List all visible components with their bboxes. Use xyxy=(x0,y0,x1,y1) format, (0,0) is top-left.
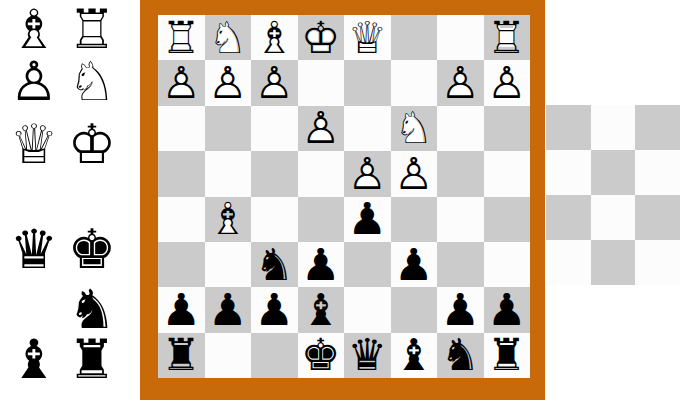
square-g7[interactable]: ♟♙ xyxy=(437,60,484,105)
square-e4[interactable]: ♟ xyxy=(344,197,391,242)
white-knight-piece[interactable]: ♞♘ xyxy=(205,15,252,60)
piece-outline-layer: ♖ xyxy=(158,15,205,60)
black-pawn-piece[interactable]: ♟ xyxy=(484,287,531,332)
black-pawn-piece[interactable]: ♟ xyxy=(158,287,205,332)
piece-outline-layer: ♙ xyxy=(205,60,252,105)
square-c4[interactable] xyxy=(251,197,298,242)
piece-glyph: ♛ xyxy=(5,222,63,278)
black-bishop-piece[interactable]: ♝ xyxy=(391,333,438,378)
piece-glyph: ♜ xyxy=(63,332,121,388)
square-e1[interactable]: ♛ xyxy=(344,333,391,378)
square-c6[interactable] xyxy=(251,106,298,151)
black-queen-piece[interactable]: ♛ xyxy=(5,222,63,278)
square-c3[interactable]: ♞ xyxy=(251,242,298,287)
square-a8[interactable]: ♜♖ xyxy=(158,15,205,60)
square-h4[interactable] xyxy=(484,197,531,242)
piece-outline-layer: ♙ xyxy=(298,106,345,151)
piece-outline-layer: ♘ xyxy=(205,15,252,60)
square-c5[interactable] xyxy=(251,151,298,196)
piece-glyph: ♟ xyxy=(344,197,391,242)
black-knight-piece[interactable]: ♞ xyxy=(251,242,298,287)
square-f3[interactable]: ♟ xyxy=(391,242,438,287)
square-b5[interactable] xyxy=(205,151,252,196)
black-king-piece[interactable]: ♚ xyxy=(298,333,345,378)
piece-glyph: ♟ xyxy=(158,287,205,332)
square-h3[interactable] xyxy=(484,242,531,287)
white-bishop-piece[interactable]: ♝♗ xyxy=(205,197,252,242)
piece-glyph: ♜ xyxy=(158,333,205,378)
square-h5[interactable] xyxy=(484,151,531,196)
white-knight-piece[interactable]: ♞♘ xyxy=(63,54,121,110)
square-e7[interactable] xyxy=(344,60,391,105)
square-g2[interactable]: ♟ xyxy=(437,287,484,332)
square-f8[interactable] xyxy=(391,15,438,60)
piece-glyph: ♟ xyxy=(205,287,252,332)
piece-outline-layer: ♘ xyxy=(391,106,438,151)
piece-glyph: ♚ xyxy=(63,222,121,278)
mini-square-light xyxy=(591,195,636,240)
board-frame: ♜♖♞♘♝♗♚♔♛♕♜♖♟♙♟♙♟♙♟♙♟♙♟♙♞♘♟♙♟♙♝♗♟♞♟♟♟♟♟♝… xyxy=(140,0,545,400)
piece-outline-layer: ♔ xyxy=(63,117,121,173)
piece-glyph: ♛ xyxy=(344,333,391,378)
piece-outline-layer: ♘ xyxy=(63,54,121,110)
mini-square-dark xyxy=(591,150,636,195)
piece-outline-layer: ♙ xyxy=(251,60,298,105)
white-rook-piece[interactable]: ♜♖ xyxy=(484,15,531,60)
white-pawn-piece[interactable]: ♟♙ xyxy=(5,54,63,110)
square-d3[interactable]: ♟ xyxy=(298,242,345,287)
white-knight-piece[interactable]: ♞♘ xyxy=(391,106,438,151)
piece-outline-layer: ♗ xyxy=(251,15,298,60)
piece-glyph: ♞ xyxy=(251,242,298,287)
white-pawn-piece[interactable]: ♟♙ xyxy=(205,60,252,105)
white-bishop-piece[interactable]: ♝♗ xyxy=(251,15,298,60)
black-knight-piece[interactable]: ♞ xyxy=(437,333,484,378)
square-c2[interactable]: ♟ xyxy=(251,287,298,332)
mini-square-dark xyxy=(591,240,636,285)
square-g4[interactable] xyxy=(437,197,484,242)
square-h7[interactable]: ♟♙ xyxy=(484,60,531,105)
palette-slot-white-knight[interactable]: ♞♘ xyxy=(63,54,121,110)
white-pawn-piece[interactable]: ♟♙ xyxy=(158,60,205,105)
mini-square-dark xyxy=(635,105,680,150)
square-g5[interactable] xyxy=(437,151,484,196)
square-e6[interactable] xyxy=(344,106,391,151)
piece-outline-layer: ♙ xyxy=(484,60,531,105)
piece-glyph: ♝ xyxy=(298,287,345,332)
square-a3[interactable] xyxy=(158,242,205,287)
square-c7[interactable]: ♟♙ xyxy=(251,60,298,105)
square-g6[interactable] xyxy=(437,106,484,151)
piece-outline-layer: ♙ xyxy=(158,60,205,105)
black-bishop-piece[interactable]: ♝ xyxy=(298,287,345,332)
white-rook-piece[interactable]: ♜♖ xyxy=(158,15,205,60)
square-d1[interactable]: ♚ xyxy=(298,333,345,378)
piece-outline-layer: ♙ xyxy=(437,60,484,105)
piece-glyph: ♟ xyxy=(437,287,484,332)
black-king-piece[interactable]: ♚ xyxy=(63,222,121,278)
piece-glyph: ♝ xyxy=(391,333,438,378)
square-f4[interactable] xyxy=(391,197,438,242)
square-h1[interactable]: ♜ xyxy=(484,333,531,378)
piece-outline-layer: ♕ xyxy=(5,117,63,173)
black-rook-piece[interactable]: ♜ xyxy=(158,333,205,378)
square-b4[interactable]: ♝♗ xyxy=(205,197,252,242)
white-pawn-piece[interactable]: ♟♙ xyxy=(344,151,391,196)
black-rook-piece[interactable]: ♜ xyxy=(484,333,531,378)
white-king-piece[interactable]: ♚♔ xyxy=(63,117,121,173)
square-h6[interactable] xyxy=(484,106,531,151)
black-queen-piece[interactable]: ♛ xyxy=(344,333,391,378)
piece-outline-layer: ♖ xyxy=(484,15,531,60)
piece-glyph: ♚ xyxy=(298,333,345,378)
square-g8[interactable] xyxy=(437,15,484,60)
screen: ♝♗♜♖♟♙♞♘♛♕♚♔♛♚♞♝♜ ♜♖♞♘♝♗♚♔♛♕♜♖♟♙♟♙♟♙♟♙♟♙… xyxy=(0,0,680,400)
square-d5[interactable] xyxy=(298,151,345,196)
piece-outline-layer: ♙ xyxy=(344,151,391,196)
piece-outline-layer: ♙ xyxy=(5,54,63,110)
black-pawn-piece[interactable]: ♟ xyxy=(251,287,298,332)
mini-square-dark xyxy=(635,195,680,240)
square-d4[interactable] xyxy=(298,197,345,242)
chess-board: ♜♖♞♘♝♗♚♔♛♕♜♖♟♙♟♙♟♙♟♙♟♙♟♙♞♘♟♙♟♙♝♗♟♞♟♟♟♟♟♝… xyxy=(158,15,530,378)
palette-slot-white-king[interactable]: ♚♔ xyxy=(63,117,121,173)
square-f2[interactable] xyxy=(391,287,438,332)
square-e5[interactable]: ♟♙ xyxy=(344,151,391,196)
mini-square-dark xyxy=(546,195,591,240)
square-b6[interactable] xyxy=(205,106,252,151)
black-rook-piece[interactable]: ♜ xyxy=(63,332,121,388)
mini-square-light xyxy=(546,240,591,285)
square-d6[interactable]: ♟♙ xyxy=(298,106,345,151)
mini-checkerboard xyxy=(546,105,680,285)
palette-slot-black-king[interactable]: ♚ xyxy=(63,222,121,278)
piece-outline-layer: ♔ xyxy=(298,15,345,60)
black-pawn-piece[interactable]: ♟ xyxy=(205,287,252,332)
palette-slot-black-bishop[interactable]: ♝ xyxy=(5,332,63,388)
black-bishop-piece[interactable]: ♝ xyxy=(5,332,63,388)
piece-outline-layer: ♕ xyxy=(344,15,391,60)
mini-square-light xyxy=(591,105,636,150)
square-b8[interactable]: ♞♘ xyxy=(205,15,252,60)
square-a2[interactable]: ♟ xyxy=(158,287,205,332)
square-g3[interactable] xyxy=(437,242,484,287)
square-c8[interactable]: ♝♗ xyxy=(251,15,298,60)
square-a5[interactable] xyxy=(158,151,205,196)
black-pawn-piece[interactable]: ♟ xyxy=(437,287,484,332)
square-f5[interactable]: ♟♙ xyxy=(391,151,438,196)
piece-glyph: ♝ xyxy=(5,332,63,388)
square-d8[interactable]: ♚♔ xyxy=(298,15,345,60)
square-c1[interactable] xyxy=(251,333,298,378)
square-d7[interactable] xyxy=(298,60,345,105)
white-pawn-piece[interactable]: ♟♙ xyxy=(251,60,298,105)
white-queen-piece[interactable]: ♛♕ xyxy=(5,117,63,173)
square-e3[interactable] xyxy=(344,242,391,287)
square-a1[interactable]: ♜ xyxy=(158,333,205,378)
square-f6[interactable]: ♞♘ xyxy=(391,106,438,151)
mini-square-light xyxy=(546,150,591,195)
white-pawn-piece[interactable]: ♟♙ xyxy=(391,151,438,196)
palette-slot-white-queen[interactable]: ♛♕ xyxy=(5,117,63,173)
square-b7[interactable]: ♟♙ xyxy=(205,60,252,105)
square-f7[interactable] xyxy=(391,60,438,105)
mini-square-light xyxy=(635,240,680,285)
piece-glyph: ♟ xyxy=(298,242,345,287)
square-a7[interactable]: ♟♙ xyxy=(158,60,205,105)
piece-palette: ♝♗♜♖♟♙♞♘♛♕♚♔♛♚♞♝♜ xyxy=(0,0,140,400)
mini-square-light xyxy=(635,150,680,195)
black-pawn-piece[interactable]: ♟ xyxy=(344,197,391,242)
black-pawn-piece[interactable]: ♟ xyxy=(298,242,345,287)
square-h2[interactable]: ♟ xyxy=(484,287,531,332)
piece-outline-layer: ♙ xyxy=(391,151,438,196)
white-pawn-piece[interactable]: ♟♙ xyxy=(298,106,345,151)
square-f1[interactable]: ♝ xyxy=(391,333,438,378)
piece-glyph: ♟ xyxy=(391,242,438,287)
square-g1[interactable]: ♞ xyxy=(437,333,484,378)
piece-glyph: ♞ xyxy=(437,333,484,378)
piece-glyph: ♜ xyxy=(484,333,531,378)
palette-slot-black-rook[interactable]: ♜ xyxy=(63,332,121,388)
piece-glyph: ♟ xyxy=(484,287,531,332)
square-a6[interactable] xyxy=(158,106,205,151)
square-b2[interactable]: ♟ xyxy=(205,287,252,332)
square-e2[interactable] xyxy=(344,287,391,332)
square-h8[interactable]: ♜♖ xyxy=(484,15,531,60)
piece-glyph: ♟ xyxy=(251,287,298,332)
white-pawn-piece[interactable]: ♟♙ xyxy=(484,60,531,105)
black-pawn-piece[interactable]: ♟ xyxy=(391,242,438,287)
square-e8[interactable]: ♛♕ xyxy=(344,15,391,60)
white-queen-piece[interactable]: ♛♕ xyxy=(344,15,391,60)
square-b3[interactable] xyxy=(205,242,252,287)
white-king-piece[interactable]: ♚♔ xyxy=(298,15,345,60)
square-b1[interactable] xyxy=(205,333,252,378)
palette-slot-black-queen[interactable]: ♛ xyxy=(5,222,63,278)
white-pawn-piece[interactable]: ♟♙ xyxy=(437,60,484,105)
square-a4[interactable] xyxy=(158,197,205,242)
palette-slot-white-pawn[interactable]: ♟♙ xyxy=(5,54,63,110)
piece-outline-layer: ♗ xyxy=(205,197,252,242)
square-d2[interactable]: ♝ xyxy=(298,287,345,332)
mini-square-dark xyxy=(546,105,591,150)
